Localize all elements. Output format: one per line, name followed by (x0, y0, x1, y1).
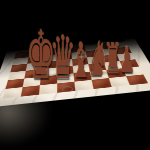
board-side-marble-glow (0, 98, 50, 146)
square-a1 (3, 87, 23, 98)
chess-set-photo: ♚♛♝♞♜♟ (0, 0, 150, 150)
piece-pawn: ♟ (119, 43, 135, 78)
